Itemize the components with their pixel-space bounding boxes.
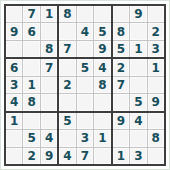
cell-r1c4-given: 8 — [59, 6, 75, 22]
cell-r3c5-empty[interactable] — [77, 41, 93, 57]
cell-r3c4-given: 7 — [59, 41, 75, 57]
cell-r2c9-given: 2 — [148, 23, 164, 39]
cell-r8c1-empty[interactable] — [6, 130, 22, 146]
cell-r2c7-given: 8 — [113, 23, 129, 39]
cell-r6c9-given: 9 — [148, 94, 164, 110]
cell-r2c6-given: 5 — [94, 23, 110, 39]
cell-r1c7-empty[interactable] — [113, 6, 129, 22]
cell-r5c2-given: 1 — [23, 77, 39, 93]
sudoku-box-7: 15429 — [6, 113, 57, 164]
sudoku-box-9: 94813 — [113, 113, 164, 164]
cell-r2c5-given: 4 — [77, 23, 93, 39]
cell-r9c5-given: 7 — [77, 148, 93, 164]
cell-r7c3-empty[interactable] — [41, 113, 57, 129]
cell-r4c2-empty[interactable] — [23, 59, 39, 75]
cell-r1c8-given: 9 — [130, 6, 146, 22]
cell-r4c1-given: 6 — [6, 59, 22, 75]
cell-r5c8-empty[interactable] — [130, 77, 146, 93]
sudoku-box-5: 5428 — [59, 59, 110, 110]
cell-r1c2-given: 7 — [23, 6, 39, 22]
cell-r9c2-given: 2 — [23, 148, 39, 164]
cell-r3c2-empty[interactable] — [23, 41, 39, 57]
cell-r8c8-empty[interactable] — [130, 130, 146, 146]
cell-r4c3-given: 7 — [41, 59, 57, 75]
cell-r1c6-empty[interactable] — [94, 6, 110, 22]
cell-r3c9-given: 3 — [148, 41, 164, 57]
cell-r3c3-given: 8 — [41, 41, 57, 57]
cell-r6c5-empty[interactable] — [77, 94, 93, 110]
cell-r5c9-empty[interactable] — [148, 77, 164, 93]
cell-r9c1-empty[interactable] — [6, 148, 22, 164]
cell-r7c8-given: 4 — [130, 113, 146, 129]
cell-r8c7-empty[interactable] — [113, 130, 129, 146]
cell-r2c4-empty[interactable] — [59, 23, 75, 39]
cell-r8c5-given: 3 — [77, 130, 93, 146]
cell-r6c6-empty[interactable] — [94, 94, 110, 110]
cell-r2c1-given: 9 — [6, 23, 22, 39]
cell-r8c6-given: 1 — [94, 130, 110, 146]
cell-r6c2-given: 8 — [23, 94, 39, 110]
cell-r5c5-empty[interactable] — [77, 77, 93, 93]
cell-r1c3-given: 1 — [41, 6, 57, 22]
cell-r5c6-given: 8 — [94, 77, 110, 93]
cell-r9c3-given: 9 — [41, 148, 57, 164]
sudoku-widget-frame: 7196884579982513673148542821759154295314… — [0, 0, 170, 170]
cell-r5c7-given: 7 — [113, 77, 129, 93]
cell-r5c4-given: 2 — [59, 77, 75, 93]
cell-r4c6-given: 4 — [94, 59, 110, 75]
cell-r8c9-given: 8 — [148, 130, 164, 146]
cell-r9c4-given: 4 — [59, 148, 75, 164]
cell-r7c7-given: 9 — [113, 113, 129, 129]
cell-r4c8-empty[interactable] — [130, 59, 146, 75]
cell-r8c4-empty[interactable] — [59, 130, 75, 146]
cell-r6c7-empty[interactable] — [113, 94, 129, 110]
cell-r7c5-empty[interactable] — [77, 113, 93, 129]
sudoku-box-1: 71968 — [6, 6, 57, 57]
sudoku-box-6: 21759 — [113, 59, 164, 110]
cell-r7c6-empty[interactable] — [94, 113, 110, 129]
cell-r5c1-given: 3 — [6, 77, 22, 93]
sudoku-box-8: 53147 — [59, 113, 110, 164]
cell-r3c6-given: 9 — [94, 41, 110, 57]
cell-r7c2-empty[interactable] — [23, 113, 39, 129]
cell-r8c2-given: 5 — [23, 130, 39, 146]
cell-r9c7-given: 1 — [113, 148, 129, 164]
cell-r6c4-empty[interactable] — [59, 94, 75, 110]
cell-r4c7-given: 2 — [113, 59, 129, 75]
cell-r5c3-empty[interactable] — [41, 77, 57, 93]
cell-r6c3-empty[interactable] — [41, 94, 57, 110]
cell-r4c4-empty[interactable] — [59, 59, 75, 75]
cell-r7c1-given: 1 — [6, 113, 22, 129]
cell-r3c1-empty[interactable] — [6, 41, 22, 57]
cell-r2c3-empty[interactable] — [41, 23, 57, 39]
cell-r9c9-empty[interactable] — [148, 148, 164, 164]
sudoku-box-2: 84579 — [59, 6, 110, 57]
sudoku-board: 7196884579982513673148542821759154295314… — [4, 4, 166, 166]
cell-r3c8-given: 1 — [130, 41, 146, 57]
cell-r4c5-given: 5 — [77, 59, 93, 75]
cell-r9c8-given: 3 — [130, 148, 146, 164]
cell-r4c9-given: 1 — [148, 59, 164, 75]
cell-r7c4-given: 5 — [59, 113, 75, 129]
cell-r9c6-empty[interactable] — [94, 148, 110, 164]
cell-r3c7-given: 5 — [113, 41, 129, 57]
cell-r2c8-empty[interactable] — [130, 23, 146, 39]
cell-r1c1-empty[interactable] — [6, 6, 22, 22]
sudoku-box-4: 673148 — [6, 59, 57, 110]
cell-r1c5-empty[interactable] — [77, 6, 93, 22]
cell-r1c9-empty[interactable] — [148, 6, 164, 22]
cell-r6c1-given: 4 — [6, 94, 22, 110]
cell-r8c3-given: 4 — [41, 130, 57, 146]
cell-r2c2-given: 6 — [23, 23, 39, 39]
cell-r6c8-given: 5 — [130, 94, 146, 110]
sudoku-box-3: 982513 — [113, 6, 164, 57]
cell-r7c9-empty[interactable] — [148, 113, 164, 129]
